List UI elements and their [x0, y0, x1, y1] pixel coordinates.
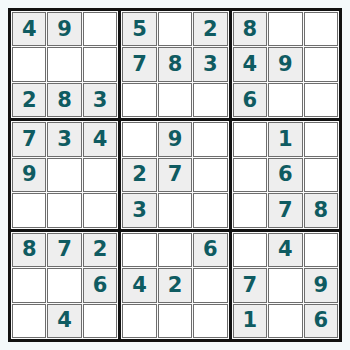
cell-r3c3[interactable]: 3 — [83, 83, 117, 117]
cell-r9c7[interactable]: 1 — [233, 304, 267, 338]
cell-r1c2[interactable]: 9 — [47, 12, 81, 46]
cell-r6c9[interactable]: 8 — [304, 193, 338, 227]
cell-r8c5[interactable]: 2 — [158, 268, 192, 302]
cell-r5c5[interactable]: 7 — [158, 158, 192, 192]
cell-r6c7[interactable] — [233, 193, 267, 227]
cell-r8c2[interactable] — [47, 268, 81, 302]
cell-r8c7[interactable]: 7 — [233, 268, 267, 302]
cell-r2c8[interactable]: 9 — [268, 47, 302, 81]
cell-r2c6[interactable]: 3 — [193, 47, 227, 81]
cell-r6c2[interactable] — [47, 193, 81, 227]
cell-r8c1[interactable] — [12, 268, 46, 302]
cell-r1c3[interactable] — [83, 12, 117, 46]
cell-r4c5[interactable]: 9 — [158, 122, 192, 156]
cell-r3c6[interactable] — [193, 83, 227, 117]
cell-r5c7[interactable] — [233, 158, 267, 192]
sudoku-board: 492835278384967349927316788726464247916 — [8, 8, 342, 342]
cell-r1c8[interactable] — [268, 12, 302, 46]
cell-r5c8[interactable]: 6 — [268, 158, 302, 192]
cell-r2c3[interactable] — [83, 47, 117, 81]
cell-r2c1[interactable] — [12, 47, 46, 81]
cell-r1c1[interactable]: 4 — [12, 12, 46, 46]
cell-r9c3[interactable] — [83, 304, 117, 338]
cell-r5c9[interactable] — [304, 158, 338, 192]
cell-r6c5[interactable] — [158, 193, 192, 227]
cell-r4c9[interactable] — [304, 122, 338, 156]
cell-r4c1[interactable]: 7 — [12, 122, 46, 156]
box-0-1: 52783 — [121, 11, 228, 118]
cell-r9c8[interactable] — [268, 304, 302, 338]
cell-r5c3[interactable] — [83, 158, 117, 192]
cell-r7c4[interactable] — [122, 233, 156, 267]
cell-r8c4[interactable]: 4 — [122, 268, 156, 302]
cell-r5c6[interactable] — [193, 158, 227, 192]
cell-r4c7[interactable] — [233, 122, 267, 156]
cell-r7c7[interactable] — [233, 233, 267, 267]
cell-r2c5[interactable]: 8 — [158, 47, 192, 81]
box-0-2: 8496 — [232, 11, 339, 118]
cell-r7c9[interactable] — [304, 233, 338, 267]
cell-r6c8[interactable]: 7 — [268, 193, 302, 227]
cell-r9c9[interactable]: 6 — [304, 304, 338, 338]
cell-r7c1[interactable]: 8 — [12, 233, 46, 267]
cell-r4c2[interactable]: 3 — [47, 122, 81, 156]
cell-r7c2[interactable]: 7 — [47, 233, 81, 267]
cell-r7c8[interactable]: 4 — [268, 233, 302, 267]
cell-r4c8[interactable]: 1 — [268, 122, 302, 156]
box-1-0: 7349 — [11, 121, 118, 228]
cell-r4c4[interactable] — [122, 122, 156, 156]
cell-r3c8[interactable] — [268, 83, 302, 117]
cell-r6c4[interactable]: 3 — [122, 193, 156, 227]
cell-r9c4[interactable] — [122, 304, 156, 338]
cell-r2c9[interactable] — [304, 47, 338, 81]
cell-r4c6[interactable] — [193, 122, 227, 156]
cell-r9c5[interactable] — [158, 304, 192, 338]
cell-r3c4[interactable] — [122, 83, 156, 117]
cell-r9c1[interactable] — [12, 304, 46, 338]
cell-r3c2[interactable]: 8 — [47, 83, 81, 117]
cell-r9c6[interactable] — [193, 304, 227, 338]
cell-r1c4[interactable]: 5 — [122, 12, 156, 46]
cell-r6c3[interactable] — [83, 193, 117, 227]
cell-r6c1[interactable] — [12, 193, 46, 227]
cell-r8c9[interactable]: 9 — [304, 268, 338, 302]
cell-r1c6[interactable]: 2 — [193, 12, 227, 46]
cell-r4c3[interactable]: 4 — [83, 122, 117, 156]
box-1-1: 9273 — [121, 121, 228, 228]
cell-r7c5[interactable] — [158, 233, 192, 267]
cell-r1c5[interactable] — [158, 12, 192, 46]
box-2-0: 87264 — [11, 232, 118, 339]
cell-r5c2[interactable] — [47, 158, 81, 192]
cell-r8c6[interactable] — [193, 268, 227, 302]
cell-r6c6[interactable] — [193, 193, 227, 227]
cell-r7c3[interactable]: 2 — [83, 233, 117, 267]
cell-r3c9[interactable] — [304, 83, 338, 117]
cell-r3c7[interactable]: 6 — [233, 83, 267, 117]
cell-r8c8[interactable] — [268, 268, 302, 302]
cell-r1c7[interactable]: 8 — [233, 12, 267, 46]
cell-r8c3[interactable]: 6 — [83, 268, 117, 302]
cell-r1c9[interactable] — [304, 12, 338, 46]
box-1-2: 1678 — [232, 121, 339, 228]
cell-r5c1[interactable]: 9 — [12, 158, 46, 192]
box-0-0: 49283 — [11, 11, 118, 118]
cell-r3c1[interactable]: 2 — [12, 83, 46, 117]
cell-r2c2[interactable] — [47, 47, 81, 81]
cell-r7c6[interactable]: 6 — [193, 233, 227, 267]
cell-r5c4[interactable]: 2 — [122, 158, 156, 192]
box-2-2: 47916 — [232, 232, 339, 339]
box-2-1: 642 — [121, 232, 228, 339]
cell-r9c2[interactable]: 4 — [47, 304, 81, 338]
cell-r3c5[interactable] — [158, 83, 192, 117]
cell-r2c7[interactable]: 4 — [233, 47, 267, 81]
cell-r2c4[interactable]: 7 — [122, 47, 156, 81]
